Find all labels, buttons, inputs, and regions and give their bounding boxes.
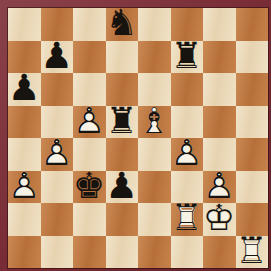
square-a6[interactable]: ♟ — [8, 73, 41, 106]
square-c3[interactable]: ♚ — [73, 171, 106, 204]
white-pawn-outline-glyph: ♙ — [171, 137, 204, 170]
square-f1[interactable] — [171, 236, 204, 269]
piece-white-pawn-c5[interactable]: ♟♙ — [73, 105, 106, 138]
piece-white-rook-h1[interactable]: ♜♖ — [236, 235, 269, 268]
square-b1[interactable] — [41, 236, 74, 269]
white-bishop-outline-glyph: ♗ — [138, 105, 171, 138]
black-rook-glyph: ♜ — [106, 105, 139, 138]
black-pawn-glyph: ♟ — [106, 170, 139, 203]
square-b3[interactable] — [41, 171, 74, 204]
square-h1[interactable]: ♜♖ — [236, 236, 269, 269]
square-h4[interactable] — [236, 138, 269, 171]
white-pawn-outline-glyph: ♙ — [8, 170, 41, 203]
black-rook-glyph: ♜ — [171, 40, 204, 73]
piece-white-rook-f2[interactable]: ♜♖ — [171, 202, 204, 235]
square-f2[interactable]: ♜♖ — [171, 203, 204, 236]
square-b4[interactable]: ♟♙ — [41, 138, 74, 171]
white-king-outline-glyph: ♔ — [203, 202, 236, 235]
piece-black-rook-d5[interactable]: ♜ — [106, 105, 139, 138]
square-e2[interactable] — [138, 203, 171, 236]
square-g6[interactable] — [203, 73, 236, 106]
square-g2[interactable]: ♚♔ — [203, 203, 236, 236]
square-f7[interactable]: ♜ — [171, 41, 204, 74]
square-a5[interactable] — [8, 106, 41, 139]
piece-black-knight-d8[interactable]: ♞ — [106, 7, 139, 40]
black-king-glyph: ♚ — [73, 170, 106, 203]
white-pawn-outline-glyph: ♙ — [73, 105, 106, 138]
piece-white-pawn-f4[interactable]: ♟♙ — [171, 137, 204, 170]
square-a8[interactable] — [8, 8, 41, 41]
square-f4[interactable]: ♟♙ — [171, 138, 204, 171]
square-g7[interactable] — [203, 41, 236, 74]
white-rook-outline-glyph: ♖ — [171, 202, 204, 235]
square-b7[interactable]: ♟ — [41, 41, 74, 74]
square-c1[interactable] — [73, 236, 106, 269]
black-pawn-glyph: ♟ — [8, 72, 41, 105]
white-rook-outline-glyph: ♖ — [236, 235, 269, 268]
white-pawn-outline-glyph: ♙ — [41, 137, 74, 170]
board-grid: ♞♟♜♟♟♙♜♝♗♟♙♟♙♟♙♚♟♟♙♜♖♚♔♜♖ — [8, 8, 268, 268]
piece-white-king-g2[interactable]: ♚♔ — [203, 202, 236, 235]
square-g5[interactable] — [203, 106, 236, 139]
square-e3[interactable] — [138, 171, 171, 204]
square-h3[interactable] — [236, 171, 269, 204]
square-d5[interactable]: ♜ — [106, 106, 139, 139]
square-e8[interactable] — [138, 8, 171, 41]
square-d7[interactable] — [106, 41, 139, 74]
square-c7[interactable] — [73, 41, 106, 74]
square-b6[interactable] — [41, 73, 74, 106]
piece-white-pawn-a3[interactable]: ♟♙ — [8, 170, 41, 203]
piece-black-king-c3[interactable]: ♚ — [73, 170, 106, 203]
square-d2[interactable] — [106, 203, 139, 236]
black-pawn-glyph: ♟ — [41, 40, 74, 73]
square-d8[interactable]: ♞ — [106, 8, 139, 41]
square-c8[interactable] — [73, 8, 106, 41]
piece-white-bishop-e5[interactable]: ♝♗ — [138, 105, 171, 138]
square-e4[interactable] — [138, 138, 171, 171]
square-c5[interactable]: ♟♙ — [73, 106, 106, 139]
black-knight-glyph: ♞ — [106, 7, 139, 40]
square-e1[interactable] — [138, 236, 171, 269]
piece-black-rook-f7[interactable]: ♜ — [171, 40, 204, 73]
square-a3[interactable]: ♟♙ — [8, 171, 41, 204]
square-e7[interactable] — [138, 41, 171, 74]
piece-black-pawn-b7[interactable]: ♟ — [41, 40, 74, 73]
square-e5[interactable]: ♝♗ — [138, 106, 171, 139]
square-h6[interactable] — [236, 73, 269, 106]
piece-black-pawn-a6[interactable]: ♟ — [8, 72, 41, 105]
piece-white-pawn-b4[interactable]: ♟♙ — [41, 137, 74, 170]
square-h7[interactable] — [236, 41, 269, 74]
square-g1[interactable] — [203, 236, 236, 269]
square-h5[interactable] — [236, 106, 269, 139]
square-f6[interactable] — [171, 73, 204, 106]
square-d3[interactable]: ♟ — [106, 171, 139, 204]
chess-board-frame: ♞♟♜♟♟♙♜♝♗♟♙♟♙♟♙♚♟♟♙♜♖♚♔♜♖ — [0, 0, 271, 271]
square-b2[interactable] — [41, 203, 74, 236]
square-g8[interactable] — [203, 8, 236, 41]
square-a2[interactable] — [8, 203, 41, 236]
piece-black-pawn-d3[interactable]: ♟ — [106, 170, 139, 203]
square-h8[interactable] — [236, 8, 269, 41]
square-c2[interactable] — [73, 203, 106, 236]
square-d1[interactable] — [106, 236, 139, 269]
square-a1[interactable] — [8, 236, 41, 269]
